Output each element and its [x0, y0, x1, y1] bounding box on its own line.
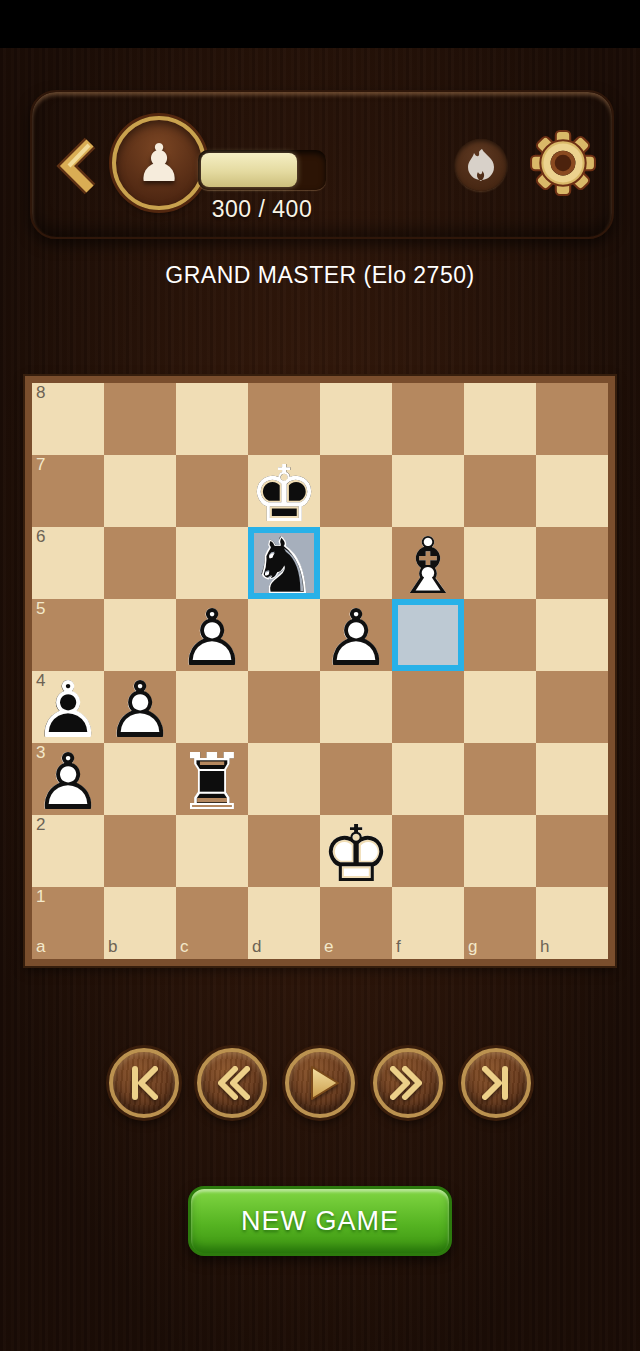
square-c3[interactable]: ♜♖ [176, 743, 248, 815]
move-controls [0, 1048, 640, 1118]
file-label-h: h [540, 938, 549, 957]
status-bar [0, 0, 640, 48]
square-e1[interactable]: e [320, 887, 392, 959]
square-f6[interactable]: ♝♗ [392, 527, 464, 599]
square-e8[interactable] [320, 383, 392, 455]
rank-label-1: 1 [36, 888, 45, 907]
square-a3[interactable]: 3♟♙ [32, 743, 104, 815]
square-c4[interactable] [176, 671, 248, 743]
square-h6[interactable] [536, 527, 608, 599]
square-d6[interactable]: ♞♘ [248, 527, 320, 599]
gear-icon [530, 130, 596, 196]
square-b5[interactable] [104, 599, 176, 671]
file-label-e: e [324, 938, 333, 957]
last-move-button[interactable] [461, 1048, 531, 1118]
square-g5[interactable] [464, 599, 536, 671]
square-h4[interactable] [536, 671, 608, 743]
piece-white-pawn[interactable]: ♟♙ [320, 599, 392, 671]
skip-to-end-icon [474, 1061, 518, 1105]
square-h7[interactable] [536, 455, 608, 527]
square-b2[interactable] [104, 815, 176, 887]
skip-to-start-icon [122, 1061, 166, 1105]
square-d7[interactable]: ♚♔ [248, 455, 320, 527]
square-f1[interactable]: f [392, 887, 464, 959]
piece-black-king[interactable]: ♚♔ [248, 455, 320, 527]
square-a8[interactable]: 8 [32, 383, 104, 455]
piece-white-pawn[interactable]: ♟♙ [32, 743, 104, 815]
rewind-icon [210, 1061, 254, 1105]
square-g6[interactable] [464, 527, 536, 599]
square-d8[interactable] [248, 383, 320, 455]
rank-label-6: 6 [36, 528, 45, 547]
square-e2[interactable]: ♚♔ [320, 815, 392, 887]
square-f4[interactable] [392, 671, 464, 743]
piece-white-king[interactable]: ♚♔ [320, 815, 392, 887]
settings-button[interactable] [530, 130, 596, 196]
square-a2[interactable]: 2 [32, 815, 104, 887]
square-a5[interactable]: 5 [32, 599, 104, 671]
square-h8[interactable] [536, 383, 608, 455]
piece-black-rook[interactable]: ♜♖ [176, 743, 248, 815]
square-d2[interactable] [248, 815, 320, 887]
square-h1[interactable]: h [536, 887, 608, 959]
chess-board: 87♚♔6♞♘♝♗5♟♙♟♙4♟♙♟♙3♟♙♜♖2♚♔1abcdefgh [25, 376, 615, 966]
file-label-a: a [36, 938, 45, 957]
square-a6[interactable]: 6 [32, 527, 104, 599]
square-g7[interactable] [464, 455, 536, 527]
square-g2[interactable] [464, 815, 536, 887]
pawn-icon: ♟ [136, 137, 183, 189]
square-b8[interactable] [104, 383, 176, 455]
play-button[interactable] [285, 1048, 355, 1118]
square-e5[interactable]: ♟♙ [320, 599, 392, 671]
square-b3[interactable] [104, 743, 176, 815]
previous-move-button[interactable] [197, 1048, 267, 1118]
square-f5[interactable] [392, 599, 464, 671]
square-c5[interactable]: ♟♙ [176, 599, 248, 671]
next-move-button[interactable] [373, 1048, 443, 1118]
file-label-f: f [396, 938, 401, 957]
rank-label-5: 5 [36, 600, 45, 619]
xp-progress-bar [198, 150, 326, 190]
app-screen: ♟ 300 / 400 [0, 0, 640, 1351]
back-chevron-icon [54, 136, 100, 196]
square-g1[interactable]: g [464, 887, 536, 959]
square-f8[interactable] [392, 383, 464, 455]
square-g4[interactable] [464, 671, 536, 743]
square-f7[interactable] [392, 455, 464, 527]
file-label-c: c [180, 938, 189, 957]
square-c8[interactable] [176, 383, 248, 455]
square-b1[interactable]: b [104, 887, 176, 959]
square-b6[interactable] [104, 527, 176, 599]
piece-white-bishop[interactable]: ♝♗ [392, 527, 464, 599]
piece-white-pawn[interactable]: ♟♙ [176, 599, 248, 671]
square-e3[interactable] [320, 743, 392, 815]
back-button[interactable] [54, 136, 100, 196]
square-a4[interactable]: 4♟♙ [32, 671, 104, 743]
square-g8[interactable] [464, 383, 536, 455]
square-e4[interactable] [320, 671, 392, 743]
fast-forward-icon [386, 1061, 430, 1105]
square-h5[interactable] [536, 599, 608, 671]
xp-progress-label: 300 / 400 [172, 196, 352, 223]
square-d4[interactable] [248, 671, 320, 743]
file-label-b: b [108, 938, 117, 957]
square-d5[interactable] [248, 599, 320, 671]
first-move-button[interactable] [109, 1048, 179, 1118]
square-d1[interactable]: d [248, 887, 320, 959]
piece-black-knight[interactable]: ♞♘ [248, 527, 320, 599]
file-label-g: g [468, 938, 477, 957]
rank-label-7: 7 [36, 456, 45, 475]
square-a7[interactable]: 7 [32, 455, 104, 527]
flame-icon [466, 148, 496, 182]
new-game-button[interactable]: NEW GAME [188, 1186, 452, 1256]
play-icon [298, 1061, 342, 1105]
rank-label-8: 8 [36, 384, 45, 403]
square-g3[interactable] [464, 743, 536, 815]
square-b4[interactable]: ♟♙ [104, 671, 176, 743]
square-c6[interactable] [176, 527, 248, 599]
square-h3[interactable] [536, 743, 608, 815]
square-c7[interactable] [176, 455, 248, 527]
xp-progress-fill [201, 153, 297, 187]
square-c2[interactable] [176, 815, 248, 887]
file-label-d: d [252, 938, 261, 957]
streak-button[interactable] [455, 139, 507, 191]
difficulty-label: GRAND MASTER (Elo 2750) [0, 262, 640, 289]
header-bar: ♟ 300 / 400 [30, 90, 614, 239]
rank-label-2: 2 [36, 816, 45, 835]
square-e7[interactable] [320, 455, 392, 527]
piece-white-pawn[interactable]: ♟♙ [104, 671, 176, 743]
square-c1[interactable]: c [176, 887, 248, 959]
square-h2[interactable] [536, 815, 608, 887]
square-a1[interactable]: 1a [32, 887, 104, 959]
square-b7[interactable] [104, 455, 176, 527]
square-f2[interactable] [392, 815, 464, 887]
square-d3[interactable] [248, 743, 320, 815]
square-e6[interactable] [320, 527, 392, 599]
square-f3[interactable] [392, 743, 464, 815]
piece-black-pawn[interactable]: ♟♙ [32, 671, 104, 743]
